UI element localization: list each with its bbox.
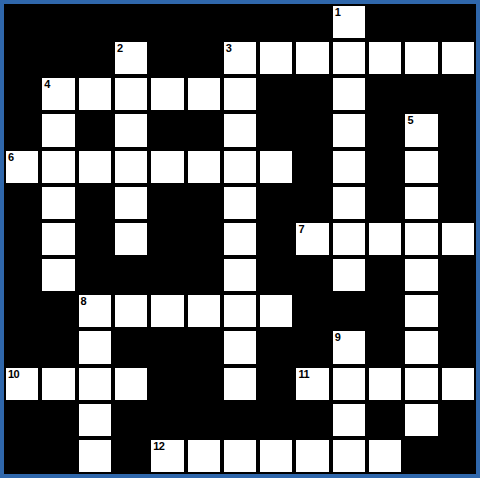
cell-r11c11[interactable] [367,366,403,402]
cell-r3c13 [440,76,476,112]
cell-r6c8 [258,185,294,221]
cell-r9c6[interactable] [186,293,222,329]
cell-r10c6 [186,329,222,365]
cell-r9c12[interactable] [403,293,439,329]
cell-r7c3 [77,221,113,257]
clue-number-10: 10 [8,368,19,380]
cell-r12c9 [294,402,330,438]
cell-r3c8 [258,76,294,112]
cell-r8c1 [4,257,40,293]
cell-r13c13 [440,438,476,474]
cell-r2c8[interactable] [258,40,294,76]
cell-r6c3 [77,185,113,221]
cell-r13c7[interactable] [222,438,258,474]
cell-r11c9[interactable]: 11 [294,366,330,402]
cell-r12c6 [186,402,222,438]
cell-r13c8[interactable] [258,438,294,474]
cell-r2c1 [4,40,40,76]
cell-r6c4[interactable] [113,185,149,221]
cell-r4c11 [367,112,403,148]
cell-r1c3 [77,4,113,40]
cell-r3c9 [294,76,330,112]
cell-r11c12[interactable] [403,366,439,402]
cell-r1c10[interactable]: 1 [331,4,367,40]
cell-r7c10[interactable] [331,221,367,257]
cell-r4c7[interactable] [222,112,258,148]
cell-r5c12[interactable] [403,149,439,185]
cell-r5c5[interactable] [149,149,185,185]
cell-r13c9[interactable] [294,438,330,474]
cell-r1c7 [222,4,258,40]
cell-r10c7[interactable] [222,329,258,365]
clue-number-1: 1 [335,6,341,18]
cell-r9c9 [294,293,330,329]
cell-r7c2[interactable] [40,221,76,257]
cell-r11c13[interactable] [440,366,476,402]
cell-r8c6 [186,257,222,293]
clue-number-6: 6 [8,151,14,163]
cell-r4c6 [186,112,222,148]
cell-r4c10[interactable] [331,112,367,148]
cell-r1c8 [258,4,294,40]
cell-r6c12[interactable] [403,185,439,221]
cell-r8c13 [440,257,476,293]
cell-r12c2 [40,402,76,438]
cell-r3c4[interactable] [113,76,149,112]
cell-r7c11[interactable] [367,221,403,257]
cell-r3c12 [403,76,439,112]
cell-r6c7[interactable] [222,185,258,221]
cell-r7c5 [149,221,185,257]
cell-r1c9 [294,4,330,40]
cell-r12c13 [440,402,476,438]
cell-r10c9 [294,329,330,365]
cell-r10c4 [113,329,149,365]
cell-r11c1[interactable]: 10 [4,366,40,402]
cell-r2c7[interactable]: 3 [222,40,258,76]
cell-r13c3[interactable] [77,438,113,474]
cell-r5c3[interactable] [77,149,113,185]
cell-r11c7[interactable] [222,366,258,402]
cell-r2c10[interactable] [331,40,367,76]
clue-number-11: 11 [298,368,309,380]
cell-r9c2 [40,293,76,329]
cell-r12c12[interactable] [403,402,439,438]
clue-number-7: 7 [298,223,304,235]
cell-r10c2 [40,329,76,365]
cell-r8c3 [77,257,113,293]
cell-r1c2 [40,4,76,40]
cell-r13c2 [40,438,76,474]
cell-r9c13 [440,293,476,329]
cell-r1c11 [367,4,403,40]
cell-r12c3[interactable] [77,402,113,438]
cell-r9c7[interactable] [222,293,258,329]
cell-r8c8 [258,257,294,293]
cell-r12c4 [113,402,149,438]
cell-r3c7[interactable] [222,76,258,112]
cell-r6c2[interactable] [40,185,76,221]
cell-r9c4[interactable] [113,293,149,329]
cell-r11c10[interactable] [331,366,367,402]
cell-r9c8[interactable] [258,293,294,329]
cell-r1c12 [403,4,439,40]
cell-r2c3 [77,40,113,76]
cell-r6c13 [440,185,476,221]
cell-r13c12 [403,438,439,474]
clue-number-3: 3 [226,42,232,54]
cell-r5c8[interactable] [258,149,294,185]
cell-r7c12[interactable] [403,221,439,257]
cell-r4c4[interactable] [113,112,149,148]
cell-r2c4[interactable]: 2 [113,40,149,76]
cell-r11c3[interactable] [77,366,113,402]
cell-r7c13[interactable] [440,221,476,257]
cell-r2c11[interactable] [367,40,403,76]
cell-r5c2[interactable] [40,149,76,185]
cell-r13c4 [113,438,149,474]
cell-r5c10[interactable] [331,149,367,185]
cell-r5c9 [294,149,330,185]
cell-r9c1 [4,293,40,329]
clue-number-8: 8 [81,295,87,307]
cell-r7c8 [258,221,294,257]
cell-r12c5 [149,402,185,438]
clue-number-9: 9 [335,331,341,343]
cell-r11c4[interactable] [113,366,149,402]
cell-r7c1 [4,221,40,257]
cell-r2c2 [40,40,76,76]
cell-r5c7[interactable] [222,149,258,185]
cell-r8c12[interactable] [403,257,439,293]
cell-r3c6[interactable] [186,76,222,112]
cell-r7c6 [186,221,222,257]
cell-r6c1 [4,185,40,221]
cell-r4c5 [149,112,185,148]
cell-r12c7 [222,402,258,438]
cell-r10c11 [367,329,403,365]
cell-r6c10[interactable] [331,185,367,221]
cell-r8c7[interactable] [222,257,258,293]
cell-r6c11 [367,185,403,221]
clue-number-12: 12 [153,440,164,452]
cell-r4c3 [77,112,113,148]
cell-r1c13 [440,4,476,40]
cell-r1c6 [186,4,222,40]
cell-r10c13 [440,329,476,365]
cell-r2c12[interactable] [403,40,439,76]
cell-r1c5 [149,4,185,40]
cell-r4c12[interactable]: 5 [403,112,439,148]
cell-r3c1 [4,76,40,112]
cell-r4c13 [440,112,476,148]
cell-r10c5 [149,329,185,365]
cell-r9c3[interactable]: 8 [77,293,113,329]
cell-r9c11 [367,293,403,329]
cell-r11c2[interactable] [40,366,76,402]
cell-r12c10[interactable] [331,402,367,438]
cell-r4c2[interactable] [40,112,76,148]
cell-r8c2[interactable] [40,257,76,293]
cell-r7c7[interactable] [222,221,258,257]
cell-r5c13 [440,149,476,185]
cell-r7c4[interactable] [113,221,149,257]
cell-r2c9[interactable] [294,40,330,76]
cell-r2c13[interactable] [440,40,476,76]
cell-r6c5 [149,185,185,221]
cell-r10c12[interactable] [403,329,439,365]
cell-r10c1 [4,329,40,365]
cell-r3c5[interactable] [149,76,185,112]
cell-r3c10[interactable] [331,76,367,112]
cell-r7c9[interactable]: 7 [294,221,330,257]
cell-r11c5 [149,366,185,402]
cell-r9c10 [331,293,367,329]
cell-r13c11[interactable] [367,438,403,474]
cell-r8c11 [367,257,403,293]
cell-r3c11 [367,76,403,112]
cell-r9c5[interactable] [149,293,185,329]
cell-r3c2[interactable]: 4 [40,76,76,112]
cell-r8c10[interactable] [331,257,367,293]
cell-r4c8 [258,112,294,148]
cell-r1c1 [4,4,40,40]
cell-r8c9 [294,257,330,293]
cell-r13c6[interactable] [186,438,222,474]
cell-r10c8 [258,329,294,365]
crossword-grid: 123456789101112 [4,4,476,474]
cell-r10c3[interactable] [77,329,113,365]
cell-r11c6 [186,366,222,402]
clue-number-4: 4 [44,78,50,90]
cell-r5c6[interactable] [186,149,222,185]
cell-r13c10[interactable] [331,438,367,474]
cell-r2c5 [149,40,185,76]
cell-r12c8 [258,402,294,438]
cell-r12c11 [367,402,403,438]
clue-number-2: 2 [117,42,123,54]
cell-r5c11 [367,149,403,185]
cell-r8c5 [149,257,185,293]
cell-r11c8 [258,366,294,402]
cell-r2c6 [186,40,222,76]
cell-r12c1 [4,402,40,438]
crossword-board: 123456789101112 [0,0,480,478]
cell-r10c10[interactable]: 9 [331,329,367,365]
cell-r3c3[interactable] [77,76,113,112]
cell-r5c4[interactable] [113,149,149,185]
cell-r8c4 [113,257,149,293]
cell-r13c5[interactable]: 12 [149,438,185,474]
cell-r4c1 [4,112,40,148]
cell-r4c9 [294,112,330,148]
cell-r1c4 [113,4,149,40]
cell-r13c1 [4,438,40,474]
cell-r6c6 [186,185,222,221]
clue-number-5: 5 [407,114,413,126]
cell-r6c9 [294,185,330,221]
cell-r5c1[interactable]: 6 [4,149,40,185]
